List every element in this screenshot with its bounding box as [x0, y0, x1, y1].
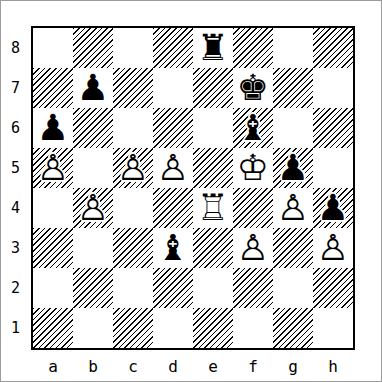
square-c6	[113, 108, 153, 148]
square-e7	[193, 68, 233, 108]
black-pawn: ♟	[313, 188, 353, 228]
square-c3	[113, 228, 153, 268]
file-label-a: a	[33, 350, 73, 376]
rank-label-8: 8	[1, 28, 27, 68]
file-label-h: h	[313, 350, 353, 376]
rank-label-5: 5	[1, 148, 27, 188]
square-a2	[33, 268, 73, 308]
square-g6	[273, 108, 313, 148]
rank-label-7: 7	[1, 68, 27, 108]
square-a5: ♟♙	[33, 148, 73, 188]
rank-label-4: 4	[1, 188, 27, 228]
square-h5	[313, 148, 353, 188]
black-king: ♚	[233, 68, 273, 108]
white-pawn: ♟♙	[233, 228, 273, 268]
square-a3	[33, 228, 73, 268]
square-a6: ♟	[33, 108, 73, 148]
black-bishop: ♝	[233, 108, 273, 148]
square-b4: ♟♙	[73, 188, 113, 228]
square-c5: ♟♙	[113, 148, 153, 188]
square-d4	[153, 188, 193, 228]
file-label-b: b	[73, 350, 113, 376]
square-a4	[33, 188, 73, 228]
square-c7	[113, 68, 153, 108]
square-a8	[33, 28, 73, 68]
white-pawn: ♟♙	[113, 148, 153, 188]
square-h8	[313, 28, 353, 68]
square-d5: ♟♙	[153, 148, 193, 188]
square-f8	[233, 28, 273, 68]
square-f1	[233, 308, 273, 348]
white-pawn: ♟♙	[153, 148, 193, 188]
square-h3: ♟♙	[313, 228, 353, 268]
square-g8	[273, 28, 313, 68]
square-c1	[113, 308, 153, 348]
square-c4	[113, 188, 153, 228]
square-h6	[313, 108, 353, 148]
black-pawn: ♟	[273, 148, 313, 188]
square-b2	[73, 268, 113, 308]
square-e1	[193, 308, 233, 348]
square-f2	[233, 268, 273, 308]
square-g3	[273, 228, 313, 268]
rank-label-2: 2	[1, 268, 27, 308]
square-f6: ♝	[233, 108, 273, 148]
square-e3	[193, 228, 233, 268]
square-b6	[73, 108, 113, 148]
square-b8	[73, 28, 113, 68]
white-rook: ♜♖	[193, 188, 233, 228]
square-d8	[153, 28, 193, 68]
black-pawn: ♟	[73, 68, 113, 108]
square-e4: ♜♖	[193, 188, 233, 228]
square-a7	[33, 68, 73, 108]
file-label-g: g	[273, 350, 313, 376]
square-d1	[153, 308, 193, 348]
square-b3	[73, 228, 113, 268]
file-label-e: e	[193, 350, 233, 376]
square-g1	[273, 308, 313, 348]
square-e6	[193, 108, 233, 148]
board: ♜♟♚♟♝♟♙♟♙♟♙♚♔♟♟♙♜♖♟♙♟♝♟♙♟♙	[31, 26, 355, 350]
square-b7: ♟	[73, 68, 113, 108]
black-pawn: ♟	[33, 108, 73, 148]
square-d6	[153, 108, 193, 148]
square-g4: ♟♙	[273, 188, 313, 228]
square-g7	[273, 68, 313, 108]
file-label-f: f	[233, 350, 273, 376]
square-d2	[153, 268, 193, 308]
square-b5	[73, 148, 113, 188]
chess-diagram: 87654321 ♜♟♚♟♝♟♙♟♙♟♙♚♔♟♟♙♜♖♟♙♟♝♟♙♟♙ abcd…	[0, 0, 382, 382]
rank-label-6: 6	[1, 108, 27, 148]
square-h2	[313, 268, 353, 308]
white-pawn: ♟♙	[33, 148, 73, 188]
white-pawn: ♟♙	[73, 188, 113, 228]
square-e8: ♜	[193, 28, 233, 68]
square-g5: ♟	[273, 148, 313, 188]
file-label-c: c	[113, 350, 153, 376]
square-g2	[273, 268, 313, 308]
black-bishop: ♝	[153, 228, 193, 268]
file-labels: abcdefgh	[33, 350, 353, 376]
square-d7	[153, 68, 193, 108]
black-rook: ♜	[193, 28, 233, 68]
square-d3: ♝	[153, 228, 193, 268]
square-f3: ♟♙	[233, 228, 273, 268]
square-f5: ♚♔	[233, 148, 273, 188]
square-c2	[113, 268, 153, 308]
square-c8	[113, 28, 153, 68]
white-pawn: ♟♙	[313, 228, 353, 268]
file-label-d: d	[153, 350, 193, 376]
square-f4	[233, 188, 273, 228]
white-pawn: ♟♙	[273, 188, 313, 228]
square-h1	[313, 308, 353, 348]
square-h4: ♟	[313, 188, 353, 228]
rank-label-3: 3	[1, 228, 27, 268]
square-e2	[193, 268, 233, 308]
rank-labels: 87654321	[1, 28, 27, 348]
square-e5	[193, 148, 233, 188]
square-h7	[313, 68, 353, 108]
white-king: ♚♔	[233, 148, 273, 188]
rank-label-1: 1	[1, 308, 27, 348]
square-b1	[73, 308, 113, 348]
square-f7: ♚	[233, 68, 273, 108]
square-a1	[33, 308, 73, 348]
